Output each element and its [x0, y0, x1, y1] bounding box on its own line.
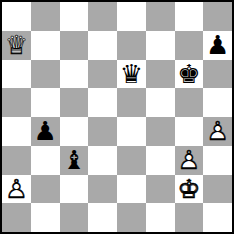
square-c4[interactable] [60, 117, 89, 146]
pawn-outline-icon: ♙ [203, 117, 232, 146]
square-e7[interactable] [117, 31, 146, 60]
square-e6[interactable]: ♛ [117, 60, 146, 89]
square-g7[interactable] [175, 31, 204, 60]
square-h3[interactable] [203, 146, 232, 175]
square-d4[interactable] [88, 117, 117, 146]
square-d6[interactable] [88, 60, 117, 89]
square-f2[interactable] [146, 175, 175, 204]
square-e5[interactable] [117, 88, 146, 117]
square-a6[interactable] [2, 60, 31, 89]
square-f3[interactable] [146, 146, 175, 175]
square-d8[interactable] [88, 2, 117, 31]
square-f1[interactable] [146, 203, 175, 232]
square-f8[interactable] [146, 2, 175, 31]
square-d2[interactable] [88, 175, 117, 204]
square-b3[interactable] [31, 146, 60, 175]
piece-black-pawn-b4[interactable]: ♟ [31, 117, 60, 146]
piece-black-bishop-c3[interactable]: ♝ [60, 146, 89, 175]
chess-board: ♛♕♟♛♚♟♟♙♝♟♙♟♙♚♔ [0, 0, 234, 234]
square-c2[interactable] [60, 175, 89, 204]
square-c3[interactable]: ♝ [60, 146, 89, 175]
square-b6[interactable] [31, 60, 60, 89]
square-h1[interactable] [203, 203, 232, 232]
square-d5[interactable] [88, 88, 117, 117]
piece-white-pawn-h4[interactable]: ♟♙ [203, 117, 232, 146]
piece-white-queen-a7[interactable]: ♛♕ [2, 31, 31, 60]
square-f6[interactable] [146, 60, 175, 89]
square-b7[interactable] [31, 31, 60, 60]
square-h2[interactable] [203, 175, 232, 204]
square-h6[interactable] [203, 60, 232, 89]
square-b5[interactable] [31, 88, 60, 117]
piece-white-pawn-a2[interactable]: ♟♙ [2, 175, 31, 204]
square-d1[interactable] [88, 203, 117, 232]
square-g6[interactable]: ♚ [175, 60, 204, 89]
square-g5[interactable] [175, 88, 204, 117]
square-h7[interactable]: ♟ [203, 31, 232, 60]
square-b2[interactable] [31, 175, 60, 204]
square-b4[interactable]: ♟ [31, 117, 60, 146]
square-f5[interactable] [146, 88, 175, 117]
square-a5[interactable] [2, 88, 31, 117]
square-d7[interactable] [88, 31, 117, 60]
square-g1[interactable] [175, 203, 204, 232]
square-f7[interactable] [146, 31, 175, 60]
square-c7[interactable] [60, 31, 89, 60]
square-d3[interactable] [88, 146, 117, 175]
square-c5[interactable] [60, 88, 89, 117]
pawn-outline-icon: ♙ [2, 175, 31, 204]
square-a8[interactable] [2, 2, 31, 31]
square-c1[interactable] [60, 203, 89, 232]
square-a7[interactable]: ♛♕ [2, 31, 31, 60]
square-a2[interactable]: ♟♙ [2, 175, 31, 204]
piece-black-pawn-h7[interactable]: ♟ [203, 31, 232, 60]
square-a4[interactable] [2, 117, 31, 146]
piece-white-king-g2[interactable]: ♚♔ [175, 175, 204, 204]
square-h5[interactable] [203, 88, 232, 117]
square-b1[interactable] [31, 203, 60, 232]
square-a3[interactable] [2, 146, 31, 175]
square-e2[interactable] [117, 175, 146, 204]
square-h8[interactable] [203, 2, 232, 31]
square-b8[interactable] [31, 2, 60, 31]
square-c6[interactable] [60, 60, 89, 89]
king-outline-icon: ♔ [175, 175, 204, 204]
square-e4[interactable] [117, 117, 146, 146]
piece-white-pawn-g3[interactable]: ♟♙ [175, 146, 204, 175]
square-e1[interactable] [117, 203, 146, 232]
square-h4[interactable]: ♟♙ [203, 117, 232, 146]
pawn-outline-icon: ♙ [175, 146, 204, 175]
square-g4[interactable] [175, 117, 204, 146]
square-e3[interactable] [117, 146, 146, 175]
square-g2[interactable]: ♚♔ [175, 175, 204, 204]
square-a1[interactable] [2, 203, 31, 232]
piece-black-queen-e6[interactable]: ♛ [117, 60, 146, 89]
square-f4[interactable] [146, 117, 175, 146]
square-g8[interactable] [175, 2, 204, 31]
square-g3[interactable]: ♟♙ [175, 146, 204, 175]
piece-black-king-g6[interactable]: ♚ [175, 60, 204, 89]
queen-outline-icon: ♕ [2, 31, 31, 60]
square-e8[interactable] [117, 2, 146, 31]
square-c8[interactable] [60, 2, 89, 31]
